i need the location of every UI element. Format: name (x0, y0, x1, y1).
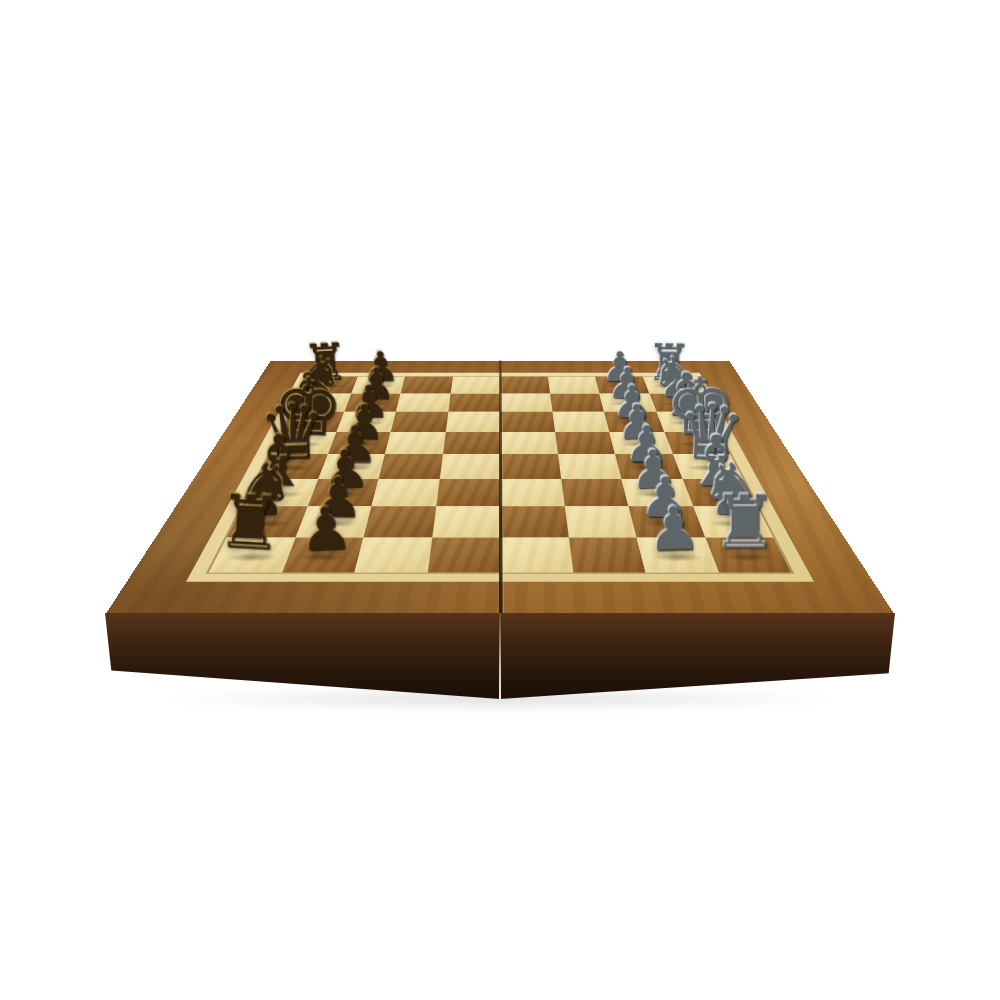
square-h5[interactable] (450, 377, 500, 394)
square-a8[interactable]: ♜ (209, 537, 295, 572)
square-h4[interactable] (500, 377, 550, 394)
square-h3[interactable] (548, 377, 600, 394)
square-f3[interactable] (552, 412, 609, 432)
square-a7[interactable]: ♟ (282, 537, 364, 572)
piece-silver-rook[interactable]: ♜ (709, 488, 780, 558)
square-f6[interactable] (391, 412, 448, 432)
square-a1[interactable]: ♜ (705, 537, 791, 572)
chess-board: ♜♟♟♜♞♟♟♞♝♟♟♝♚♟♟♚♛♟♟♛♝♟♟♝♞♟♟♞♜♟♟♜ (105, 361, 894, 615)
scene-perspective: ♜♟♟♜♞♟♟♞♝♟♟♝♚♟♟♚♛♟♟♛♝♟♟♝♞♟♟♞♜♟♟♜ (0, 0, 1000, 1000)
square-g4[interactable] (500, 393, 552, 411)
square-e5[interactable] (443, 432, 501, 454)
square-d6[interactable] (379, 454, 443, 479)
square-a4[interactable] (500, 537, 573, 572)
square-d5[interactable] (439, 454, 500, 479)
square-a3[interactable] (568, 537, 645, 572)
square-c4[interactable] (500, 479, 564, 507)
piece-bronze-pawn[interactable]: ♟ (289, 500, 362, 559)
square-e4[interactable] (500, 432, 558, 454)
square-e6[interactable] (385, 432, 445, 454)
box-front-seam (499, 613, 501, 699)
square-f5[interactable] (445, 412, 500, 432)
square-b3[interactable] (564, 506, 636, 537)
square-g3[interactable] (550, 393, 604, 411)
square-e3[interactable] (555, 432, 615, 454)
square-b5[interactable] (432, 506, 500, 537)
square-c3[interactable] (561, 479, 629, 507)
square-a2[interactable]: ♟ (637, 537, 719, 572)
square-a5[interactable] (427, 537, 500, 572)
square-h6[interactable] (401, 377, 453, 394)
photo-background: ♜♟♟♜♞♟♟♞♝♟♟♝♚♟♟♚♛♟♟♛♝♟♟♝♞♟♟♞♜♟♟♜ (0, 0, 1000, 1000)
piece-silver-pawn[interactable]: ♟ (638, 501, 710, 559)
square-g5[interactable] (448, 393, 500, 411)
square-d3[interactable] (558, 454, 622, 479)
square-c6[interactable] (372, 479, 440, 507)
square-f4[interactable] (500, 412, 555, 432)
square-a6[interactable] (354, 537, 431, 572)
square-d4[interactable] (500, 454, 561, 479)
square-b6[interactable] (363, 506, 435, 537)
board-frame: ♜♟♟♜♞♟♟♞♝♟♟♝♚♟♟♚♛♟♟♛♝♟♟♝♞♟♟♞♜♟♟♜ (105, 361, 894, 615)
square-g6[interactable] (396, 393, 450, 411)
square-c5[interactable] (436, 479, 500, 507)
square-b4[interactable] (500, 506, 568, 537)
piece-bronze-rook[interactable]: ♜ (213, 486, 288, 560)
